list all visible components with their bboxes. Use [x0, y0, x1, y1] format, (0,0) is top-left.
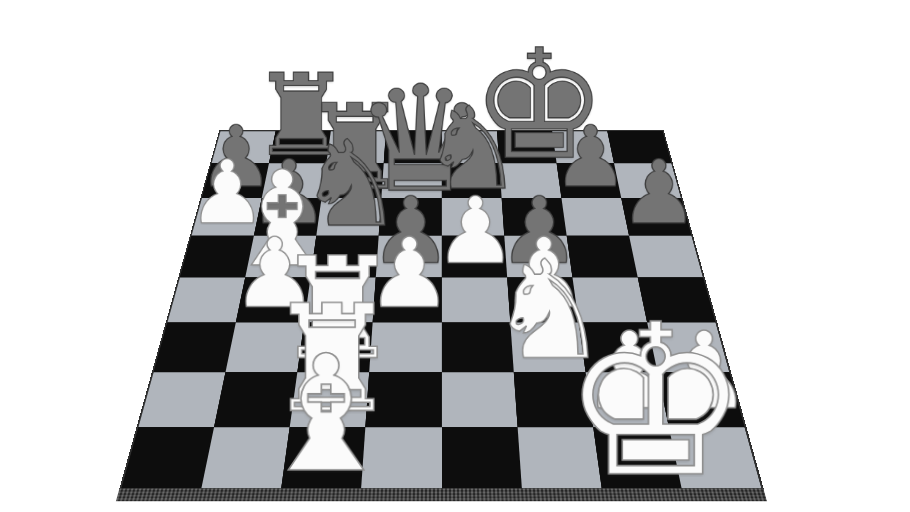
square-c3	[298, 322, 373, 372]
square-a2	[138, 372, 225, 427]
square-b5	[245, 236, 316, 277]
square-e7	[442, 163, 502, 198]
square-c1	[281, 427, 365, 488]
square-e2	[442, 372, 518, 427]
square-b3	[226, 322, 305, 372]
square-d3	[370, 322, 442, 372]
square-d5	[376, 236, 441, 277]
square-h7	[614, 163, 681, 198]
square-f1	[517, 427, 601, 488]
square-a4	[167, 277, 245, 322]
square-g2	[585, 372, 668, 427]
square-c7	[322, 163, 384, 198]
square-g5	[567, 236, 638, 277]
square-h6	[621, 198, 691, 236]
square-b8	[269, 131, 331, 163]
square-b1	[201, 427, 289, 488]
square-e5	[442, 236, 507, 277]
square-e8	[442, 131, 499, 163]
square-c6	[316, 198, 381, 236]
square-g8	[552, 131, 614, 163]
square-h2	[657, 372, 744, 427]
square-e6	[442, 198, 505, 236]
square-f8	[497, 131, 557, 163]
square-h8	[607, 131, 671, 163]
square-d8	[384, 131, 441, 163]
square-b2	[214, 372, 297, 427]
square-f3	[510, 322, 585, 372]
square-g7	[556, 163, 621, 198]
square-h5	[629, 236, 703, 277]
square-e1	[442, 427, 522, 488]
square-g1	[593, 427, 681, 488]
square-e3	[442, 322, 514, 372]
square-d7	[382, 163, 442, 198]
square-g6	[561, 198, 629, 236]
square-d4	[373, 277, 442, 322]
square-a7	[202, 163, 269, 198]
chess-scene: ♜♚♟♜♛♞♟♟♟♞♟♝♟♟♟♟♟♟♜♞♜♟♟♝♚	[0, 0, 910, 512]
square-e4	[442, 277, 511, 322]
square-f5	[504, 236, 572, 277]
square-a6	[191, 198, 261, 236]
square-g4	[572, 277, 647, 322]
black-king: ♚	[472, 29, 585, 147]
square-f6	[501, 198, 566, 236]
square-c2	[290, 372, 370, 427]
square-d6	[379, 198, 442, 236]
chess-board: ♜♚♟♜♛♞♟♟♟♞♟♝♟♟♟♟♟♟♜♞♜♟♟♝♚	[119, 130, 764, 490]
square-c5	[311, 236, 379, 277]
square-f4	[507, 277, 579, 322]
square-b7	[262, 163, 327, 198]
square-g3	[579, 322, 658, 372]
square-b4	[236, 277, 311, 322]
square-h4	[638, 277, 716, 322]
square-f7	[499, 163, 561, 198]
square-h1	[669, 427, 762, 488]
square-d1	[361, 427, 441, 488]
square-h3	[647, 322, 729, 372]
square-a5	[180, 236, 254, 277]
square-c8	[327, 131, 387, 163]
square-d2	[366, 372, 442, 427]
square-b6	[254, 198, 322, 236]
square-a1	[121, 427, 214, 488]
square-c4	[304, 277, 376, 322]
square-a3	[154, 322, 236, 372]
square-f2	[513, 372, 593, 427]
square-a8	[212, 131, 276, 163]
